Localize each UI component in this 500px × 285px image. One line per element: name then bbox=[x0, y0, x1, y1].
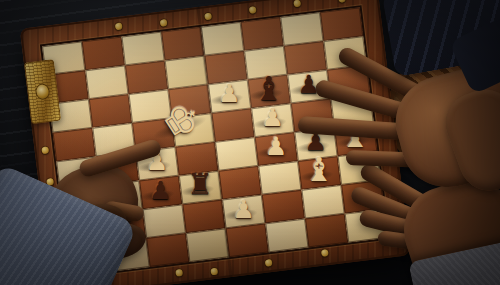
black-rook-glyph: ♜ bbox=[187, 170, 213, 199]
white-pawn-glyph: ♟ bbox=[261, 105, 283, 130]
black-bishop-glyph: ♝ bbox=[254, 71, 284, 104]
chess-scene: ♟♝♟♟♚♟♟♟♝♟♟♜♝♟ bbox=[0, 0, 500, 285]
white-pawn-glyph: ♟ bbox=[218, 81, 240, 106]
black-pawn-glyph: ♟ bbox=[149, 177, 171, 202]
white-pawn-glyph: ♟ bbox=[265, 134, 287, 159]
white-pawn-glyph: ♟ bbox=[232, 196, 254, 221]
white-bishop-glyph: ♝ bbox=[304, 153, 334, 186]
